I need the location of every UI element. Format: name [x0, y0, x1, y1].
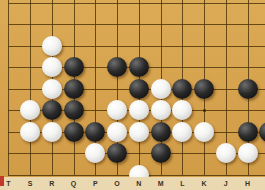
- coord-label-j: J: [221, 179, 231, 188]
- coord-label-p: P: [90, 179, 100, 188]
- white-stone[interactable]: [42, 122, 62, 142]
- go-board[interactable]: TSRQPONMLKJH: [0, 0, 265, 190]
- white-stone[interactable]: [238, 143, 258, 163]
- white-stone[interactable]: [172, 122, 192, 142]
- white-stone[interactable]: [42, 79, 62, 99]
- coord-label-k: K: [199, 179, 209, 188]
- black-stone[interactable]: [194, 79, 214, 99]
- coord-label-o: O: [112, 179, 122, 188]
- black-stone[interactable]: [107, 57, 127, 77]
- black-stone[interactable]: [107, 143, 127, 163]
- black-stone[interactable]: [259, 122, 265, 142]
- white-stone[interactable]: [129, 100, 149, 120]
- coord-label-q: Q: [69, 179, 79, 188]
- black-stone[interactable]: [238, 79, 258, 99]
- coord-label-r: R: [47, 179, 57, 188]
- black-stone[interactable]: [129, 79, 149, 99]
- black-stone[interactable]: [151, 122, 171, 142]
- black-stone[interactable]: [238, 122, 258, 142]
- white-stone[interactable]: [129, 122, 149, 142]
- grid-vline: [30, 0, 31, 175]
- black-stone[interactable]: [129, 57, 149, 77]
- star-point: [203, 109, 206, 112]
- coord-label-l: L: [177, 179, 187, 188]
- coord-label-h: H: [243, 179, 253, 188]
- black-stone[interactable]: [42, 100, 62, 120]
- white-stone[interactable]: [172, 100, 192, 120]
- white-stone[interactable]: [85, 143, 105, 163]
- white-stone[interactable]: [20, 122, 40, 142]
- coord-label-n: N: [134, 179, 144, 188]
- white-stone[interactable]: [20, 100, 40, 120]
- coord-label-m: M: [156, 179, 166, 188]
- white-stone[interactable]: [42, 57, 62, 77]
- white-stone[interactable]: [107, 122, 127, 142]
- white-stone[interactable]: [194, 122, 214, 142]
- black-stone[interactable]: [85, 122, 105, 142]
- black-stone[interactable]: [64, 122, 84, 142]
- white-stone[interactable]: [151, 100, 171, 120]
- black-stone[interactable]: [64, 57, 84, 77]
- grid-vline: [8, 0, 9, 175]
- black-stone[interactable]: [64, 79, 84, 99]
- coord-label-s: S: [25, 179, 35, 188]
- white-stone[interactable]: [42, 36, 62, 56]
- black-stone[interactable]: [64, 100, 84, 120]
- black-stone[interactable]: [172, 79, 192, 99]
- red-corner-marker: [0, 176, 4, 186]
- white-stone[interactable]: [216, 143, 236, 163]
- coord-label-t: T: [3, 179, 13, 188]
- white-stone[interactable]: [107, 100, 127, 120]
- black-stone[interactable]: [151, 143, 171, 163]
- white-stone[interactable]: [151, 79, 171, 99]
